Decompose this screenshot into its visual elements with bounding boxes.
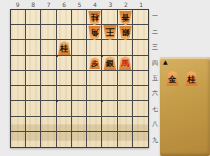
board-cell[interactable]: [102, 101, 117, 116]
file-label: 6: [56, 1, 71, 9]
board-cell[interactable]: [118, 40, 133, 55]
file-label: 3: [103, 1, 118, 9]
board-cell[interactable]: [57, 86, 72, 101]
file-label: 1: [134, 1, 149, 9]
sente-marker: ▲: [163, 59, 168, 65]
rank-label: 五: [150, 71, 160, 86]
board-cell[interactable]: [41, 56, 56, 71]
file-labels: 987654321: [10, 1, 149, 9]
board-cell[interactable]: [118, 117, 133, 132]
star-point: [56, 55, 58, 57]
board-cell[interactable]: [41, 117, 56, 132]
board-cell[interactable]: [87, 40, 102, 55]
board-cell[interactable]: [118, 71, 133, 86]
board-cell[interactable]: [72, 40, 87, 55]
board-cell[interactable]: [11, 101, 26, 116]
board-cell[interactable]: [26, 117, 41, 132]
rank-label: 二: [150, 24, 160, 39]
board-cell[interactable]: [133, 132, 148, 147]
board-cell[interactable]: [26, 71, 41, 86]
file-label: 2: [118, 1, 133, 9]
board-cell[interactable]: [72, 25, 87, 40]
hand-piece[interactable]: 桂: [185, 71, 198, 86]
shogi-diagram: 987654321 一二三四五六七八九 桂香角王銀桂歩銀馬 ▲ 金桂: [0, 0, 210, 156]
board-cell[interactable]: [87, 101, 102, 116]
board-cell[interactable]: [11, 132, 26, 147]
board-cell[interactable]: [26, 86, 41, 101]
board-cell[interactable]: [72, 117, 87, 132]
board-cell[interactable]: [41, 10, 56, 25]
board-cell[interactable]: [133, 71, 148, 86]
board-cell[interactable]: [118, 101, 133, 116]
board-cell[interactable]: [72, 56, 87, 71]
rank-label: 一: [150, 9, 160, 24]
board-cell[interactable]: [102, 71, 117, 86]
board-cell[interactable]: [41, 71, 56, 86]
board-cell[interactable]: [133, 86, 148, 101]
file-label: 8: [25, 1, 40, 9]
board-cell[interactable]: [102, 132, 117, 147]
rank-label: 八: [150, 117, 160, 132]
board-cell[interactable]: [102, 117, 117, 132]
board-cell[interactable]: [87, 117, 102, 132]
board-cell[interactable]: [72, 71, 87, 86]
board-cell[interactable]: [11, 25, 26, 40]
board-cell[interactable]: [87, 86, 102, 101]
rank-label: 九: [150, 133, 160, 148]
board-cell[interactable]: [72, 101, 87, 116]
board-cell[interactable]: [57, 101, 72, 116]
file-label: 5: [72, 1, 87, 9]
board-cell[interactable]: [41, 132, 56, 147]
file-label: 4: [87, 1, 102, 9]
board-cell[interactable]: [72, 132, 87, 147]
board-cell[interactable]: [11, 10, 26, 25]
board-cell[interactable]: [57, 25, 72, 40]
board-cell[interactable]: [41, 40, 56, 55]
board-cell[interactable]: [57, 132, 72, 147]
board-cell[interactable]: [57, 56, 72, 71]
board-cell[interactable]: [26, 132, 41, 147]
board-cell[interactable]: [11, 117, 26, 132]
board-cell[interactable]: [11, 71, 26, 86]
rank-label: 四: [150, 55, 160, 70]
rank-labels: 一二三四五六七八九: [150, 9, 160, 148]
board-cell[interactable]: [41, 25, 56, 40]
board-cell[interactable]: [87, 71, 102, 86]
board-cell[interactable]: [41, 86, 56, 101]
board-cell[interactable]: [26, 10, 41, 25]
board-cell[interactable]: [41, 101, 56, 116]
rank-label: 七: [150, 102, 160, 117]
board-cell[interactable]: [72, 86, 87, 101]
board-cell[interactable]: [11, 56, 26, 71]
board-cell[interactable]: [26, 40, 41, 55]
rank-label: 六: [150, 86, 160, 101]
board-cell[interactable]: [118, 86, 133, 101]
board-cell[interactable]: [11, 40, 26, 55]
board-cell[interactable]: [57, 10, 72, 25]
board-cell[interactable]: [118, 132, 133, 147]
hand-pieces: 金桂: [166, 71, 198, 86]
board-cell[interactable]: [72, 10, 87, 25]
board-cell[interactable]: [102, 40, 117, 55]
board-cell[interactable]: [87, 132, 102, 147]
komadai-sente: ▲ 金桂: [160, 57, 210, 156]
board-cell[interactable]: [133, 10, 148, 25]
board-cell[interactable]: [57, 117, 72, 132]
board-cell[interactable]: [133, 117, 148, 132]
file-label: 7: [41, 1, 56, 9]
board-cell[interactable]: [26, 25, 41, 40]
board-cell[interactable]: [133, 56, 148, 71]
board-cell[interactable]: [133, 101, 148, 116]
file-label: 9: [10, 1, 25, 9]
board-cell[interactable]: [26, 101, 41, 116]
board-cell[interactable]: [57, 71, 72, 86]
board-cell[interactable]: [102, 86, 117, 101]
rank-label: 三: [150, 40, 160, 55]
board-cell[interactable]: [26, 56, 41, 71]
board-cell[interactable]: [102, 10, 117, 25]
shogi-board[interactable]: 桂香角王銀桂歩銀馬: [10, 9, 149, 148]
board-cell[interactable]: [133, 40, 148, 55]
board-cell[interactable]: [11, 86, 26, 101]
hand-piece[interactable]: 金: [166, 71, 179, 86]
board-cell[interactable]: [133, 25, 148, 40]
